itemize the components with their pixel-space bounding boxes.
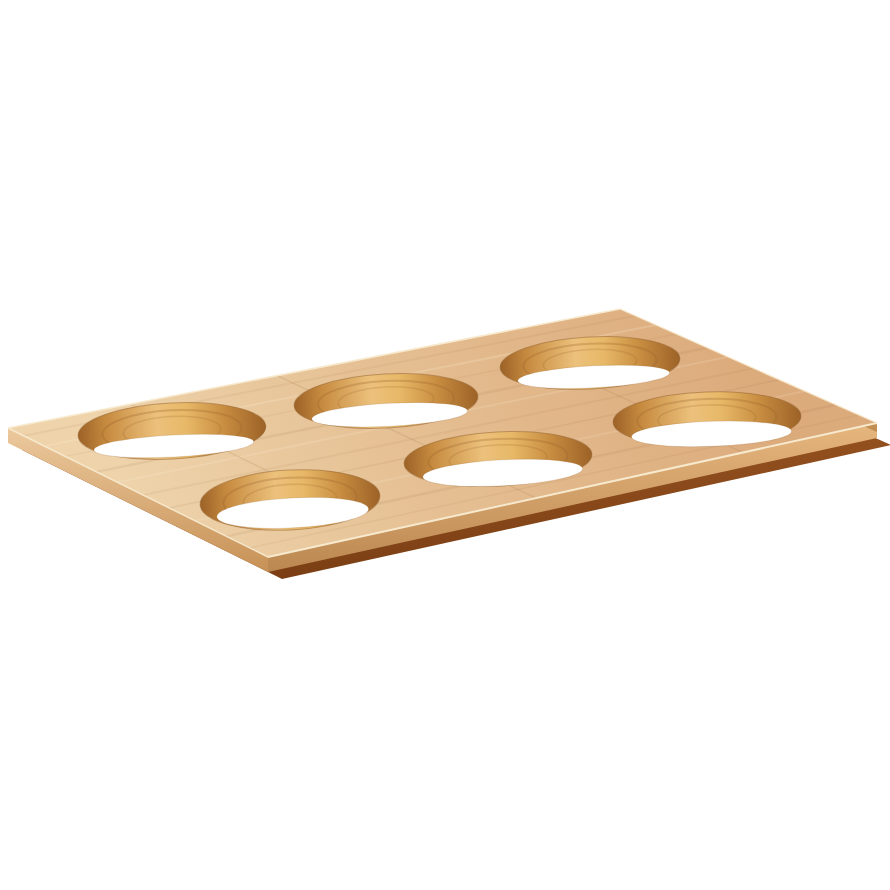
product-photo-canvas bbox=[0, 0, 890, 890]
wooden-six-pit-board bbox=[0, 0, 890, 890]
